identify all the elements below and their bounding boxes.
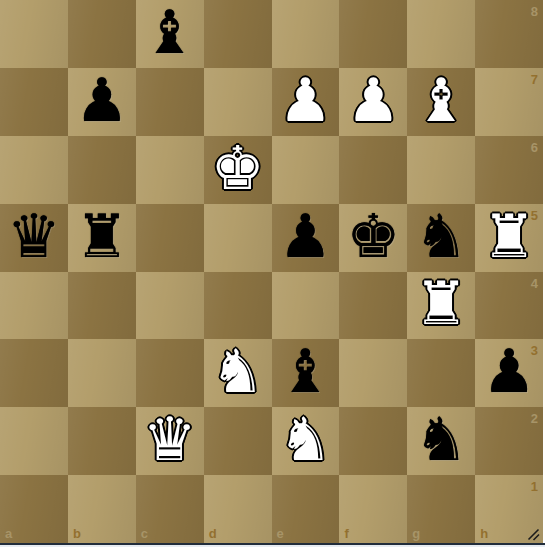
square-a7[interactable]: [0, 68, 68, 136]
rank-label-7: 7: [531, 73, 538, 86]
piece-white-rook[interactable]: ♜: [482, 206, 536, 266]
square-b3[interactable]: [68, 339, 136, 407]
piece-black-pawn[interactable]: ♟: [75, 70, 129, 130]
square-f6[interactable]: [339, 136, 407, 204]
square-b8[interactable]: [68, 0, 136, 68]
square-f7[interactable]: ♟: [339, 68, 407, 136]
square-c5[interactable]: [136, 204, 204, 272]
piece-white-queen[interactable]: ♛: [143, 409, 197, 469]
piece-white-knight[interactable]: ♞: [211, 341, 265, 401]
square-d6[interactable]: ♚: [204, 136, 272, 204]
square-g1[interactable]: g: [407, 475, 475, 543]
piece-black-bishop[interactable]: ♝: [143, 2, 197, 62]
file-label-h: h: [480, 527, 488, 540]
piece-black-knight[interactable]: ♞: [414, 409, 468, 469]
board-panel: ♝8♟♟♟♝7♚6♛♜♟♚♞5♜♜4♞♝3♟♛♞♞2abcdefg1h: [0, 0, 545, 547]
piece-white-pawn[interactable]: ♟: [346, 70, 400, 130]
square-h3[interactable]: 3♟: [475, 339, 543, 407]
square-e6[interactable]: [272, 136, 340, 204]
file-label-b: b: [73, 527, 81, 540]
square-h4[interactable]: 4: [475, 272, 543, 340]
piece-black-pawn[interactable]: ♟: [482, 341, 536, 401]
square-g8[interactable]: [407, 0, 475, 68]
square-a4[interactable]: [0, 272, 68, 340]
rank-label-6: 6: [531, 141, 538, 154]
square-h7[interactable]: 7: [475, 68, 543, 136]
square-a3[interactable]: [0, 339, 68, 407]
square-a5[interactable]: ♛: [0, 204, 68, 272]
file-label-f: f: [344, 527, 348, 540]
rank-label-2: 2: [531, 412, 538, 425]
square-d7[interactable]: [204, 68, 272, 136]
square-c7[interactable]: [136, 68, 204, 136]
square-c1[interactable]: c: [136, 475, 204, 543]
piece-white-rook[interactable]: ♜: [414, 273, 468, 333]
square-d2[interactable]: [204, 407, 272, 475]
square-c2[interactable]: ♛: [136, 407, 204, 475]
square-e5[interactable]: ♟: [272, 204, 340, 272]
square-b1[interactable]: b: [68, 475, 136, 543]
file-label-d: d: [209, 527, 217, 540]
square-f8[interactable]: [339, 0, 407, 68]
square-g3[interactable]: [407, 339, 475, 407]
square-f3[interactable]: [339, 339, 407, 407]
piece-black-knight[interactable]: ♞: [414, 206, 468, 266]
square-d5[interactable]: [204, 204, 272, 272]
square-c6[interactable]: [136, 136, 204, 204]
square-e3[interactable]: ♝: [272, 339, 340, 407]
square-g6[interactable]: [407, 136, 475, 204]
square-h6[interactable]: 6: [475, 136, 543, 204]
piece-black-rook[interactable]: ♜: [75, 206, 129, 266]
square-h5[interactable]: 5♜: [475, 204, 543, 272]
square-h8[interactable]: 8: [475, 0, 543, 68]
square-d3[interactable]: ♞: [204, 339, 272, 407]
rank-label-8: 8: [531, 5, 538, 18]
resize-grip-icon[interactable]: [527, 528, 540, 541]
file-label-e: e: [277, 527, 284, 540]
square-g2[interactable]: ♞: [407, 407, 475, 475]
square-c8[interactable]: ♝: [136, 0, 204, 68]
file-label-a: a: [5, 527, 12, 540]
piece-white-pawn[interactable]: ♟: [279, 70, 333, 130]
piece-white-king[interactable]: ♚: [211, 138, 265, 198]
square-f2[interactable]: [339, 407, 407, 475]
piece-white-bishop[interactable]: ♝: [414, 70, 468, 130]
square-c3[interactable]: [136, 339, 204, 407]
rank-label-1: 1: [531, 480, 538, 493]
square-e7[interactable]: ♟: [272, 68, 340, 136]
file-label-c: c: [141, 527, 148, 540]
piece-black-king[interactable]: ♚: [346, 206, 400, 266]
piece-black-bishop[interactable]: ♝: [279, 341, 333, 401]
square-e1[interactable]: e: [272, 475, 340, 543]
rank-label-4: 4: [531, 277, 538, 290]
square-b4[interactable]: [68, 272, 136, 340]
square-a6[interactable]: [0, 136, 68, 204]
square-b7[interactable]: ♟: [68, 68, 136, 136]
square-d8[interactable]: [204, 0, 272, 68]
square-h2[interactable]: 2: [475, 407, 543, 475]
chess-board: ♝8♟♟♟♝7♚6♛♜♟♚♞5♜♜4♞♝3♟♛♞♞2abcdefg1h: [0, 0, 543, 543]
piece-black-queen[interactable]: ♛: [7, 206, 61, 266]
square-d1[interactable]: d: [204, 475, 272, 543]
square-g5[interactable]: ♞: [407, 204, 475, 272]
square-f1[interactable]: f: [339, 475, 407, 543]
square-f4[interactable]: [339, 272, 407, 340]
square-e2[interactable]: ♞: [272, 407, 340, 475]
square-g4[interactable]: ♜: [407, 272, 475, 340]
square-b5[interactable]: ♜: [68, 204, 136, 272]
piece-black-pawn[interactable]: ♟: [279, 206, 333, 266]
square-g7[interactable]: ♝: [407, 68, 475, 136]
square-a2[interactable]: [0, 407, 68, 475]
square-d4[interactable]: [204, 272, 272, 340]
square-c4[interactable]: [136, 272, 204, 340]
piece-white-knight[interactable]: ♞: [279, 409, 333, 469]
square-e4[interactable]: [272, 272, 340, 340]
square-a8[interactable]: [0, 0, 68, 68]
square-a1[interactable]: a: [0, 475, 68, 543]
square-f5[interactable]: ♚: [339, 204, 407, 272]
square-b2[interactable]: [68, 407, 136, 475]
square-b6[interactable]: [68, 136, 136, 204]
file-label-g: g: [412, 527, 420, 540]
square-e8[interactable]: [272, 0, 340, 68]
